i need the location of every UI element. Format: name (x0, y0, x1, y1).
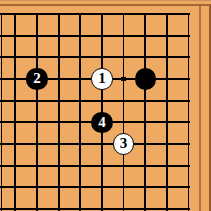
white-stone-move-1: 1 (91, 68, 112, 89)
black-stone-move-2: 2 (26, 68, 47, 89)
black-stone-move-4: 4 (91, 112, 112, 133)
grid-hline (0, 13, 190, 15)
grid-vline (58, 13, 60, 211)
stone-move-number: 3 (120, 136, 128, 151)
hoshi-point (121, 77, 126, 82)
grid-hline (0, 143, 190, 145)
board-frame-right (199, 0, 211, 211)
white-stone-move-3: 3 (113, 133, 134, 154)
grid-vline (36, 13, 38, 211)
grid-hline (0, 35, 190, 37)
go-diagram: 1234 (0, 0, 211, 211)
grid-hline-clipped (0, 208, 190, 210)
grid-vline (14, 13, 16, 211)
grid-vline (123, 13, 125, 211)
board-frame-top (0, 0, 211, 6)
stone-move-number: 2 (33, 71, 41, 86)
grid-vline-clipped (1, 13, 3, 211)
grid-vline (79, 13, 81, 211)
grid-hline (0, 100, 190, 102)
grid-vline (166, 13, 168, 211)
black-stone (135, 68, 156, 89)
grid-vline (144, 13, 146, 211)
grid-hline (0, 165, 190, 167)
stone-move-number: 1 (98, 71, 106, 86)
grid-hline (0, 56, 190, 58)
grid-vline (188, 13, 190, 211)
stone-move-number: 4 (98, 115, 106, 130)
grid-hline (0, 186, 190, 188)
